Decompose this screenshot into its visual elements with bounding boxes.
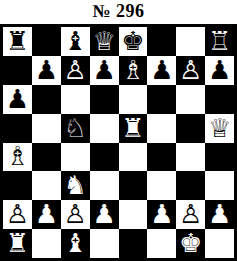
- square-c3: ♞: [61, 171, 90, 200]
- square-a3: [3, 171, 32, 200]
- square-d1: [90, 229, 119, 258]
- square-e1: [119, 229, 148, 258]
- square-c4: [61, 143, 90, 172]
- square-f1: [147, 229, 176, 258]
- black-pawn: ♟: [150, 56, 173, 85]
- square-e7: ♗: [119, 56, 148, 85]
- black-pawn: ♙: [179, 56, 202, 85]
- square-e3: [119, 171, 148, 200]
- black-bishop: ♝: [64, 27, 87, 56]
- white-pawn: ♙: [179, 200, 202, 229]
- square-f3: [147, 171, 176, 200]
- square-f6: [147, 85, 176, 114]
- black-queen: ♕: [92, 27, 115, 56]
- square-f5: [147, 114, 176, 143]
- black-pawn: ♙: [64, 56, 87, 85]
- square-e5: ♜: [119, 114, 148, 143]
- square-h8: ♖: [205, 27, 234, 56]
- square-h1: [205, 229, 234, 258]
- square-b3: [32, 171, 61, 200]
- square-a8: ♜: [3, 27, 32, 56]
- black-king: ♚: [121, 27, 144, 56]
- square-h2: ♟: [205, 200, 234, 229]
- white-pawn: ♙: [64, 200, 87, 229]
- square-g5: [176, 114, 205, 143]
- black-pawn: ♟: [6, 85, 29, 114]
- white-rook: ♜: [6, 229, 29, 258]
- chess-diagram-page: № 296 ♜♝♕♚♖♟♙♟♗♟♙♟♟♘♜♕♗♞♙♟♙♟♟♙♟♜♝♚: [0, 0, 237, 261]
- square-b8: [32, 27, 61, 56]
- square-b5: [32, 114, 61, 143]
- square-a5: [3, 114, 32, 143]
- black-rook: ♖: [208, 27, 231, 56]
- square-b2: ♟: [32, 200, 61, 229]
- square-d7: ♟: [90, 56, 119, 85]
- diagram-number-title: № 296: [0, 0, 237, 24]
- white-knight: ♞: [64, 171, 87, 200]
- square-f2: ♟: [147, 200, 176, 229]
- square-d3: [90, 171, 119, 200]
- square-b1: [32, 229, 61, 258]
- square-c2: ♙: [61, 200, 90, 229]
- square-g7: ♙: [176, 56, 205, 85]
- black-pawn: ♟: [208, 56, 231, 85]
- square-e2: [119, 200, 148, 229]
- black-pawn: ♟: [35, 56, 58, 85]
- square-g1: ♚: [176, 229, 205, 258]
- white-bishop: ♝: [64, 229, 87, 258]
- white-pawn: ♟: [92, 200, 115, 229]
- square-g4: [176, 143, 205, 172]
- square-a1: ♜: [3, 229, 32, 258]
- square-e4: [119, 143, 148, 172]
- square-c7: ♙: [61, 56, 90, 85]
- square-c1: ♝: [61, 229, 90, 258]
- square-f7: ♟: [147, 56, 176, 85]
- square-a6: ♟: [3, 85, 32, 114]
- square-b6: [32, 85, 61, 114]
- square-g3: [176, 171, 205, 200]
- chess-board: ♜♝♕♚♖♟♙♟♗♟♙♟♟♘♜♕♗♞♙♟♙♟♟♙♟♜♝♚: [0, 24, 237, 261]
- square-d6: [90, 85, 119, 114]
- white-king: ♚: [179, 229, 202, 258]
- square-b4: [32, 143, 61, 172]
- square-a7: [3, 56, 32, 85]
- square-g6: [176, 85, 205, 114]
- white-pawn: ♟: [208, 200, 231, 229]
- square-c5: ♘: [61, 114, 90, 143]
- square-d2: ♟: [90, 200, 119, 229]
- white-queen: ♕: [208, 114, 231, 143]
- black-rook: ♜: [6, 27, 29, 56]
- black-bishop: ♗: [121, 56, 144, 85]
- white-pawn: ♙: [6, 200, 29, 229]
- white-pawn: ♟: [35, 200, 58, 229]
- square-a2: ♙: [3, 200, 32, 229]
- square-c6: [61, 85, 90, 114]
- square-c8: ♝: [61, 27, 90, 56]
- square-g2: ♙: [176, 200, 205, 229]
- square-e8: ♚: [119, 27, 148, 56]
- square-h3: [205, 171, 234, 200]
- square-f4: [147, 143, 176, 172]
- square-b7: ♟: [32, 56, 61, 85]
- white-pawn: ♟: [150, 200, 173, 229]
- black-knight: ♘: [64, 114, 87, 143]
- square-a4: ♗: [3, 143, 32, 172]
- square-e6: [119, 85, 148, 114]
- square-f8: [147, 27, 176, 56]
- square-h6: [205, 85, 234, 114]
- white-rook: ♜: [121, 114, 144, 143]
- square-d5: [90, 114, 119, 143]
- square-d4: [90, 143, 119, 172]
- square-h5: ♕: [205, 114, 234, 143]
- square-d8: ♕: [90, 27, 119, 56]
- square-h7: ♟: [205, 56, 234, 85]
- square-h4: [205, 143, 234, 172]
- black-pawn: ♟: [92, 56, 115, 85]
- square-g8: [176, 27, 205, 56]
- white-bishop: ♗: [6, 143, 29, 172]
